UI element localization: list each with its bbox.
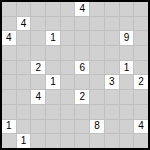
cell-r1c4[interactable] <box>61 17 75 31</box>
cell-r7c6[interactable] <box>90 105 104 119</box>
cell-r2c4[interactable] <box>61 31 75 45</box>
cell-r9c7[interactable] <box>105 134 119 148</box>
cell-r2c7[interactable] <box>105 31 119 45</box>
cell-r6c7[interactable] <box>105 90 119 104</box>
cell-r8c7[interactable] <box>105 120 119 134</box>
clue-cell-r9c1: 1 <box>17 134 31 148</box>
clue-cell-r2c0: 4 <box>2 31 16 45</box>
cell-r2c1[interactable] <box>17 31 31 45</box>
cell-r6c1[interactable] <box>17 90 31 104</box>
cell-r9c0[interactable] <box>2 134 16 148</box>
cell-r5c6[interactable] <box>90 75 104 89</box>
cell-r1c0[interactable] <box>2 17 16 31</box>
cell-r5c1[interactable] <box>17 75 31 89</box>
cell-r3c1[interactable] <box>17 46 31 60</box>
cell-r1c9[interactable] <box>134 17 148 31</box>
cell-r7c2[interactable] <box>31 105 45 119</box>
cell-r9c3[interactable] <box>46 134 60 148</box>
cell-r2c9[interactable] <box>134 31 148 45</box>
cell-r4c0[interactable] <box>2 61 16 75</box>
cell-r7c5[interactable] <box>75 105 89 119</box>
clue-cell-r8c0: 1 <box>2 120 16 134</box>
cell-r5c0[interactable] <box>2 75 16 89</box>
clue-cell-r2c3: 1 <box>46 31 60 45</box>
cell-r7c0[interactable] <box>2 105 16 119</box>
cell-r7c1[interactable] <box>17 105 31 119</box>
clue-cell-r4c2: 2 <box>31 61 45 75</box>
cell-r7c4[interactable] <box>61 105 75 119</box>
cell-r6c3[interactable] <box>46 90 60 104</box>
cell-r9c6[interactable] <box>90 134 104 148</box>
cell-r0c0[interactable] <box>2 2 16 16</box>
cell-r3c4[interactable] <box>61 46 75 60</box>
cell-r9c2[interactable] <box>31 134 45 148</box>
cell-r5c5[interactable] <box>75 75 89 89</box>
cell-r3c9[interactable] <box>134 46 148 60</box>
cell-r0c9[interactable] <box>134 2 148 16</box>
cell-r0c8[interactable] <box>120 2 134 16</box>
cell-r4c6[interactable] <box>90 61 104 75</box>
cell-r4c9[interactable] <box>134 61 148 75</box>
cell-r3c8[interactable] <box>120 46 134 60</box>
cell-r8c1[interactable] <box>17 120 31 134</box>
cell-r9c9[interactable] <box>134 134 148 148</box>
cell-r6c8[interactable] <box>120 90 134 104</box>
clue-cell-r5c3: 1 <box>46 75 60 89</box>
cell-r1c5[interactable] <box>75 17 89 31</box>
cell-r9c8[interactable] <box>120 134 134 148</box>
cell-r1c6[interactable] <box>90 17 104 31</box>
clue-cell-r4c8: 1 <box>120 61 134 75</box>
cell-r1c7[interactable] <box>105 17 119 31</box>
clue-cell-r5c9: 2 <box>134 75 148 89</box>
cell-r8c3[interactable] <box>46 120 60 134</box>
cell-r7c7[interactable] <box>105 105 119 119</box>
cell-r1c8[interactable] <box>120 17 134 31</box>
cell-r7c8[interactable] <box>120 105 134 119</box>
cell-r7c3[interactable] <box>46 105 60 119</box>
clue-cell-r8c9: 4 <box>134 120 148 134</box>
cell-r8c5[interactable] <box>75 120 89 134</box>
clue-cell-r6c5: 2 <box>75 90 89 104</box>
cell-r5c2[interactable] <box>31 75 45 89</box>
cell-r8c8[interactable] <box>120 120 134 134</box>
cell-r3c2[interactable] <box>31 46 45 60</box>
cell-r5c4[interactable] <box>61 75 75 89</box>
cell-r8c2[interactable] <box>31 120 45 134</box>
cell-r0c6[interactable] <box>90 2 104 16</box>
clue-cell-r5c7: 3 <box>105 75 119 89</box>
cell-r2c6[interactable] <box>90 31 104 45</box>
cell-r0c2[interactable] <box>31 2 45 16</box>
cell-r8c4[interactable] <box>61 120 75 134</box>
cell-r0c3[interactable] <box>46 2 60 16</box>
cell-r0c7[interactable] <box>105 2 119 16</box>
cell-r9c5[interactable] <box>75 134 89 148</box>
cell-r3c6[interactable] <box>90 46 104 60</box>
cell-r5c8[interactable] <box>120 75 134 89</box>
clue-cell-r0c5: 4 <box>75 2 89 16</box>
cell-r4c3[interactable] <box>46 61 60 75</box>
cell-r7c9[interactable] <box>134 105 148 119</box>
clue-cell-r4c5: 6 <box>75 61 89 75</box>
cell-r1c2[interactable] <box>31 17 45 31</box>
cell-r3c3[interactable] <box>46 46 60 60</box>
clue-cell-r1c1: 4 <box>17 17 31 31</box>
cell-r0c1[interactable] <box>17 2 31 16</box>
clue-cell-r8c6: 8 <box>90 120 104 134</box>
cell-r4c7[interactable] <box>105 61 119 75</box>
cell-r4c1[interactable] <box>17 61 31 75</box>
cell-r1c3[interactable] <box>46 17 60 31</box>
cell-r6c4[interactable] <box>61 90 75 104</box>
cell-r3c7[interactable] <box>105 46 119 60</box>
cell-r9c4[interactable] <box>61 134 75 148</box>
cell-r2c2[interactable] <box>31 31 45 45</box>
clue-cell-r6c2: 4 <box>31 90 45 104</box>
cell-r4c4[interactable] <box>61 61 75 75</box>
cell-r2c5[interactable] <box>75 31 89 45</box>
cell-r6c6[interactable] <box>90 90 104 104</box>
cell-r3c0[interactable] <box>2 46 16 60</box>
cell-r0c4[interactable] <box>61 2 75 16</box>
cell-r6c0[interactable] <box>2 90 16 104</box>
cell-r3c5[interactable] <box>75 46 89 60</box>
cell-r6c9[interactable] <box>134 90 148 104</box>
nurikabe-board: 44419261132421841 <box>0 0 150 150</box>
clue-cell-r2c8: 9 <box>120 31 134 45</box>
